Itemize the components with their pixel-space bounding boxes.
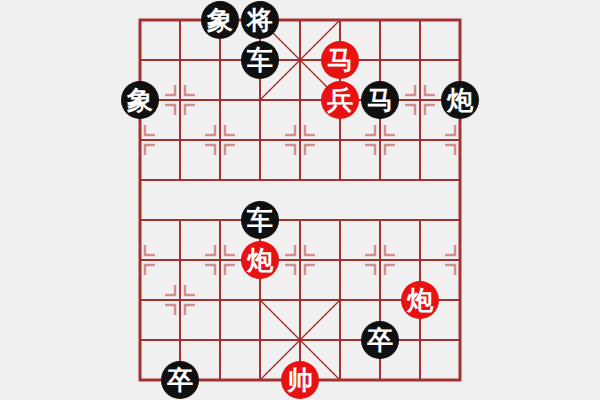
piece-black-general[interactable]: 将 bbox=[241, 1, 279, 39]
piece-black-horse[interactable]: 马 bbox=[361, 81, 399, 119]
piece-black-cannon[interactable]: 炮 bbox=[441, 81, 479, 119]
piece-black-elephant[interactable]: 象 bbox=[201, 1, 239, 39]
piece-red-general[interactable]: 帅 bbox=[281, 361, 319, 399]
xiangqi-diagram: 象将车马象兵马炮车炮炮卒卒帅 bbox=[0, 0, 600, 400]
piece-black-soldier[interactable]: 卒 bbox=[361, 321, 399, 359]
piece-black-elephant[interactable]: 象 bbox=[121, 81, 159, 119]
piece-red-cannon[interactable]: 炮 bbox=[401, 281, 439, 319]
piece-black-soldier[interactable]: 卒 bbox=[161, 361, 199, 399]
piece-red-cannon[interactable]: 炮 bbox=[241, 241, 279, 279]
xiangqi-board-grid: 象将车马象兵马炮车炮炮卒卒帅 bbox=[120, 0, 480, 400]
piece-red-horse[interactable]: 马 bbox=[321, 41, 359, 79]
piece-black-chariot[interactable]: 车 bbox=[241, 201, 279, 239]
piece-red-soldier[interactable]: 兵 bbox=[321, 81, 359, 119]
piece-black-chariot[interactable]: 车 bbox=[241, 41, 279, 79]
